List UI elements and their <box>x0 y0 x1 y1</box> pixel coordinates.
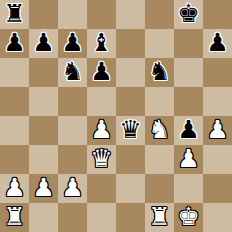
square-h5[interactable] <box>203 87 232 116</box>
piece-white-pawn[interactable]: ♟ <box>32 174 54 202</box>
square-f3[interactable] <box>145 145 174 174</box>
square-f1[interactable]: ♜ <box>145 203 174 232</box>
square-e7[interactable] <box>116 29 145 58</box>
piece-white-rook[interactable]: ♜ <box>148 203 170 231</box>
square-e8[interactable] <box>116 0 145 29</box>
square-a4[interactable] <box>0 116 29 145</box>
square-e5[interactable] <box>116 87 145 116</box>
piece-white-pawn[interactable]: ♟ <box>3 174 25 202</box>
square-c3[interactable] <box>58 145 87 174</box>
square-f6[interactable]: ♞ <box>145 58 174 87</box>
square-f4[interactable]: ♞ <box>145 116 174 145</box>
piece-white-rook[interactable]: ♜ <box>3 203 25 231</box>
square-e3[interactable] <box>116 145 145 174</box>
square-b1[interactable] <box>29 203 58 232</box>
square-f2[interactable] <box>145 174 174 203</box>
square-c2[interactable]: ♟ <box>58 174 87 203</box>
piece-black-knight[interactable]: ♞ <box>61 58 83 86</box>
square-e2[interactable] <box>116 174 145 203</box>
square-g4[interactable]: ♟ <box>174 116 203 145</box>
square-g5[interactable] <box>174 87 203 116</box>
square-d7[interactable]: ♝ <box>87 29 116 58</box>
piece-black-knight[interactable]: ♞ <box>148 58 170 86</box>
square-d5[interactable] <box>87 87 116 116</box>
piece-black-pawn[interactable]: ♟ <box>206 29 228 57</box>
square-c8[interactable] <box>58 0 87 29</box>
piece-white-king[interactable]: ♚ <box>177 203 199 231</box>
square-d1[interactable] <box>87 203 116 232</box>
square-h2[interactable] <box>203 174 232 203</box>
square-a2[interactable]: ♟ <box>0 174 29 203</box>
piece-black-bishop[interactable]: ♝ <box>90 29 112 57</box>
square-h8[interactable] <box>203 0 232 29</box>
piece-white-pawn[interactable]: ♟ <box>61 174 83 202</box>
square-c7[interactable]: ♟ <box>58 29 87 58</box>
square-h3[interactable] <box>203 145 232 174</box>
square-f8[interactable] <box>145 0 174 29</box>
square-g3[interactable]: ♟ <box>174 145 203 174</box>
square-b5[interactable] <box>29 87 58 116</box>
chess-board: ♜♚♟♟♟♝♟♞♟♞♟♛♞♟♟♛♟♟♟♟♜♜♚ <box>0 0 232 232</box>
piece-black-pawn[interactable]: ♟ <box>3 29 25 57</box>
square-f5[interactable] <box>145 87 174 116</box>
square-d6[interactable]: ♟ <box>87 58 116 87</box>
piece-black-pawn[interactable]: ♟ <box>32 29 54 57</box>
square-e4[interactable]: ♛ <box>116 116 145 145</box>
piece-black-pawn[interactable]: ♟ <box>61 29 83 57</box>
square-b3[interactable] <box>29 145 58 174</box>
piece-black-pawn[interactable]: ♟ <box>90 58 112 86</box>
square-c4[interactable] <box>58 116 87 145</box>
piece-black-king[interactable]: ♚ <box>177 0 199 28</box>
square-b4[interactable] <box>29 116 58 145</box>
square-a7[interactable]: ♟ <box>0 29 29 58</box>
square-d4[interactable]: ♟ <box>87 116 116 145</box>
square-g6[interactable] <box>174 58 203 87</box>
square-h7[interactable]: ♟ <box>203 29 232 58</box>
piece-white-pawn[interactable]: ♟ <box>177 145 199 173</box>
square-a5[interactable] <box>0 87 29 116</box>
square-e1[interactable] <box>116 203 145 232</box>
square-b7[interactable]: ♟ <box>29 29 58 58</box>
square-a3[interactable] <box>0 145 29 174</box>
square-g2[interactable] <box>174 174 203 203</box>
piece-black-queen[interactable]: ♛ <box>119 116 141 144</box>
square-f7[interactable] <box>145 29 174 58</box>
square-a8[interactable]: ♜ <box>0 0 29 29</box>
piece-black-pawn[interactable]: ♟ <box>177 116 199 144</box>
square-c5[interactable] <box>58 87 87 116</box>
square-g7[interactable] <box>174 29 203 58</box>
square-h6[interactable] <box>203 58 232 87</box>
square-d8[interactable] <box>87 0 116 29</box>
square-c6[interactable]: ♞ <box>58 58 87 87</box>
square-c1[interactable] <box>58 203 87 232</box>
piece-white-pawn[interactable]: ♟ <box>206 116 228 144</box>
square-e6[interactable] <box>116 58 145 87</box>
square-g1[interactable]: ♚ <box>174 203 203 232</box>
piece-white-knight[interactable]: ♞ <box>148 116 170 144</box>
square-a1[interactable]: ♜ <box>0 203 29 232</box>
square-d3[interactable]: ♛ <box>87 145 116 174</box>
square-a6[interactable] <box>0 58 29 87</box>
square-h1[interactable] <box>203 203 232 232</box>
square-b2[interactable]: ♟ <box>29 174 58 203</box>
square-d2[interactable] <box>87 174 116 203</box>
square-b6[interactable] <box>29 58 58 87</box>
square-g8[interactable]: ♚ <box>174 0 203 29</box>
square-h4[interactable]: ♟ <box>203 116 232 145</box>
piece-white-queen[interactable]: ♛ <box>90 145 112 173</box>
piece-white-pawn[interactable]: ♟ <box>90 116 112 144</box>
piece-black-rook[interactable]: ♜ <box>3 0 25 28</box>
square-b8[interactable] <box>29 0 58 29</box>
